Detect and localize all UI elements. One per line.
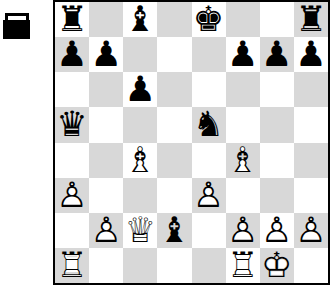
white-bishop: ♗ (123, 143, 157, 178)
square-c1[interactable] (123, 248, 157, 283)
black-pawn: ♟ (123, 72, 157, 107)
white-bishop: ♗ (226, 143, 260, 178)
black-pawn: ♟ (294, 37, 328, 72)
white-to-move-indicator (5, 13, 29, 37)
black-king: ♚ (192, 2, 226, 37)
square-f7[interactable]: ♟ (226, 37, 260, 72)
square-d5[interactable] (157, 107, 191, 142)
square-g6[interactable] (260, 72, 294, 107)
square-h4[interactable] (294, 143, 328, 178)
square-d3[interactable] (157, 178, 191, 213)
square-a8[interactable]: ♜ (55, 2, 89, 37)
black-queen: ♛ (55, 107, 89, 142)
white-pawn-fill: ♟ (89, 213, 123, 248)
white-king-fill: ♚ (260, 248, 294, 283)
square-b4[interactable] (89, 143, 123, 178)
square-b3[interactable] (89, 178, 123, 213)
square-d6[interactable] (157, 72, 191, 107)
white-queen: ♕ (123, 213, 157, 248)
square-c4[interactable]: ♝♗ (123, 143, 157, 178)
square-h2[interactable]: ♟♙ (294, 213, 328, 248)
square-a7[interactable]: ♟ (55, 37, 89, 72)
square-f4[interactable]: ♝♗ (226, 143, 260, 178)
white-pawn: ♙ (226, 213, 260, 248)
square-h3[interactable] (294, 178, 328, 213)
square-g1[interactable]: ♚♔ (260, 248, 294, 283)
square-f2[interactable]: ♟♙ (226, 213, 260, 248)
white-rook: ♖ (55, 248, 89, 283)
square-g4[interactable] (260, 143, 294, 178)
square-a2[interactable] (55, 213, 89, 248)
white-rook-fill: ♜ (226, 248, 260, 283)
square-e2[interactable] (192, 213, 226, 248)
white-pawn-fill: ♟ (294, 213, 328, 248)
square-e5[interactable]: ♞ (192, 107, 226, 142)
square-h8[interactable]: ♜ (294, 2, 328, 37)
square-h5[interactable] (294, 107, 328, 142)
chess-diagram: ♜♝♚♜♟♟♟♟♟♟♛♞♝♗♝♗♟♙♟♙♟♙♛♕♝♟♙♟♙♟♙♜♖♜♖♚♔ (0, 0, 330, 285)
square-b1[interactable] (89, 248, 123, 283)
square-g5[interactable] (260, 107, 294, 142)
white-bishop-fill: ♝ (123, 143, 157, 178)
square-h1[interactable] (294, 248, 328, 283)
white-king: ♔ (260, 248, 294, 283)
white-bishop-fill: ♝ (226, 143, 260, 178)
square-f6[interactable] (226, 72, 260, 107)
square-c8[interactable]: ♝ (123, 2, 157, 37)
square-f3[interactable] (226, 178, 260, 213)
square-g2[interactable]: ♟♙ (260, 213, 294, 248)
black-pawn: ♟ (260, 37, 294, 72)
square-a4[interactable] (55, 143, 89, 178)
black-pawn: ♟ (226, 37, 260, 72)
white-pawn: ♙ (294, 213, 328, 248)
square-g3[interactable] (260, 178, 294, 213)
square-f8[interactable] (226, 2, 260, 37)
white-pawn: ♙ (192, 178, 226, 213)
white-pawn: ♙ (89, 213, 123, 248)
black-pawn: ♟ (55, 37, 89, 72)
black-bishop: ♝ (123, 2, 157, 37)
square-e1[interactable] (192, 248, 226, 283)
square-c3[interactable] (123, 178, 157, 213)
white-pawn: ♙ (55, 178, 89, 213)
square-e6[interactable] (192, 72, 226, 107)
white-pawn: ♙ (260, 213, 294, 248)
square-f1[interactable]: ♜♖ (226, 248, 260, 283)
square-a1[interactable]: ♜♖ (55, 248, 89, 283)
square-h7[interactable]: ♟ (294, 37, 328, 72)
square-a6[interactable] (55, 72, 89, 107)
black-bishop: ♝ (157, 213, 191, 248)
black-knight: ♞ (192, 107, 226, 142)
square-d1[interactable] (157, 248, 191, 283)
square-h6[interactable] (294, 72, 328, 107)
black-rook: ♜ (55, 2, 89, 37)
square-f5[interactable] (226, 107, 260, 142)
square-b5[interactable] (89, 107, 123, 142)
square-g7[interactable]: ♟ (260, 37, 294, 72)
square-c7[interactable] (123, 37, 157, 72)
square-b7[interactable]: ♟ (89, 37, 123, 72)
square-b6[interactable] (89, 72, 123, 107)
square-e3[interactable]: ♟♙ (192, 178, 226, 213)
square-a3[interactable]: ♟♙ (55, 178, 89, 213)
white-pawn-fill: ♟ (55, 178, 89, 213)
white-pawn-fill: ♟ (192, 178, 226, 213)
square-a5[interactable]: ♛ (55, 107, 89, 142)
square-c6[interactable]: ♟ (123, 72, 157, 107)
square-c5[interactable] (123, 107, 157, 142)
chess-board: ♜♝♚♜♟♟♟♟♟♟♛♞♝♗♝♗♟♙♟♙♟♙♛♕♝♟♙♟♙♟♙♜♖♜♖♚♔ (53, 0, 330, 285)
square-d2[interactable]: ♝ (157, 213, 191, 248)
white-queen-fill: ♛ (123, 213, 157, 248)
square-d4[interactable] (157, 143, 191, 178)
square-d8[interactable] (157, 2, 191, 37)
black-pawn: ♟ (89, 37, 123, 72)
square-c2[interactable]: ♛♕ (123, 213, 157, 248)
white-pawn-fill: ♟ (226, 213, 260, 248)
square-b8[interactable] (89, 2, 123, 37)
white-rook-fill: ♜ (55, 248, 89, 283)
white-pawn-fill: ♟ (260, 213, 294, 248)
square-e8[interactable]: ♚ (192, 2, 226, 37)
black-rook: ♜ (294, 2, 328, 37)
square-b2[interactable]: ♟♙ (89, 213, 123, 248)
square-e4[interactable] (192, 143, 226, 178)
square-g8[interactable] (260, 2, 294, 37)
square-e7[interactable] (192, 37, 226, 72)
square-d7[interactable] (157, 37, 191, 72)
white-rook: ♖ (226, 248, 260, 283)
